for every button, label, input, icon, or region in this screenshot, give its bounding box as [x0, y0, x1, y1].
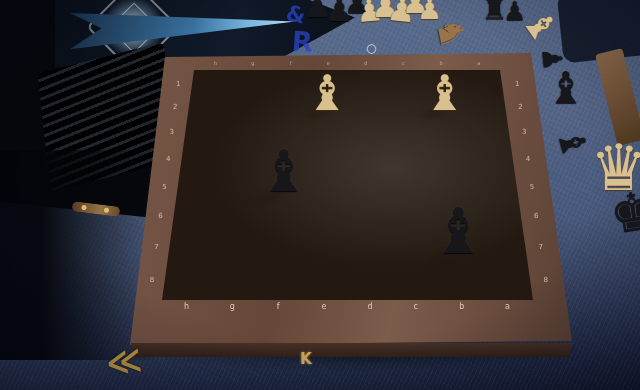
carpet-graffiti-letter: R [291, 27, 314, 55]
scene-photo: & R ○ hhggffeeddccbbaa1122334455667788 ♝… [0, 0, 640, 390]
offboard-wood-knight-lying: ♞ [431, 15, 471, 52]
rank-label-left-2: 2 [173, 104, 177, 111]
board-edge-logo: K [300, 352, 312, 367]
rank-label-right-4: 4 [526, 155, 530, 162]
board-row-rank-3 [186, 119, 508, 145]
file-label-top-f: f [290, 61, 292, 66]
file-label-bottom-f: f [277, 303, 280, 311]
white-bishop-b2[interactable]: ♝ [423, 69, 467, 118]
white-bishop-e2[interactable]: ♝ [305, 69, 349, 118]
file-label-top-c: c [402, 61, 405, 66]
rank-label-left-5: 5 [162, 183, 166, 190]
file-label-top-a: a [477, 61, 480, 66]
rank-label-right-6: 6 [534, 213, 538, 220]
file-label-bottom-g: g [230, 303, 235, 311]
rank-label-left-7: 7 [154, 244, 158, 251]
rank-label-left-8: 8 [150, 277, 154, 284]
file-label-bottom-e: e [322, 303, 327, 311]
file-label-bottom-h: h [184, 303, 189, 311]
file-label-bottom-b: b [459, 303, 464, 311]
gold-chevron-mark: ≪ [104, 342, 144, 381]
file-label-bottom-c: c [414, 303, 418, 311]
file-label-top-g: g [251, 61, 254, 66]
black-bishop-b7[interactable]: ♝ [430, 200, 486, 263]
rank-label-left-4: 4 [166, 155, 170, 162]
rank-label-right-8: 8 [543, 277, 547, 284]
rank-label-right-1: 1 [515, 81, 519, 88]
rank-label-right-7: 7 [539, 244, 543, 251]
rank-label-right-2: 2 [518, 104, 522, 111]
rank-label-left-3: 3 [170, 129, 174, 136]
rank-label-left-6: 6 [158, 213, 162, 220]
rank-label-left-1: 1 [176, 81, 180, 88]
offboard-black-king: ♚ [607, 183, 640, 241]
offboard-black-bishop-lying: ♝ [553, 124, 594, 162]
file-label-bottom-d: d [367, 303, 372, 311]
rank-label-right-5: 5 [530, 183, 534, 190]
black-bishop-f5[interactable]: ♝ [258, 143, 309, 200]
file-label-top-d: d [364, 61, 367, 66]
board-row-rank-4 [182, 145, 512, 172]
carpet-ring-mark: ○ [366, 42, 376, 54]
board-row-rank-8 [164, 263, 531, 297]
file-label-bottom-a: a [505, 303, 510, 311]
rank-label-right-3: 3 [522, 129, 526, 136]
offboard-black-bishop: ♝ [546, 66, 585, 110]
file-label-top-h: h [214, 61, 217, 66]
